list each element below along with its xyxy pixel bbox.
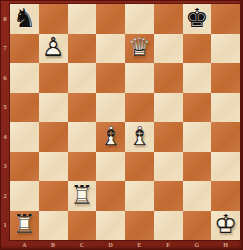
square-h1[interactable]: ♚♔ [211,211,240,241]
white-rook-glyph: ♜ [13,211,36,237]
white-rook-glyph: ♜ [70,182,93,208]
square-h6[interactable] [211,63,240,93]
white-rook-outline: ♖ [13,211,36,237]
file-label-h: H [211,240,240,250]
square-d6[interactable] [96,63,125,93]
file-label-d: D [96,240,125,250]
square-c4[interactable] [68,122,97,152]
square-d7[interactable] [96,34,125,64]
square-d4[interactable]: ♝♗ [96,122,125,152]
square-f1[interactable] [154,211,183,241]
square-g5[interactable] [183,93,212,123]
white-bishop-outline: ♗ [128,123,151,149]
file-label-a: A [10,240,39,250]
rank-label-3: 3 [0,152,10,182]
square-a7[interactable] [10,34,39,64]
square-e5[interactable] [125,93,154,123]
square-d8[interactable] [96,4,125,34]
square-f7[interactable] [154,34,183,64]
square-d2[interactable] [96,181,125,211]
piece-white-rook[interactable]: ♜♖ [10,211,39,241]
rank-label-5: 5 [0,93,10,123]
square-h5[interactable] [211,93,240,123]
rank-label-1: 1 [0,211,10,241]
square-c7[interactable] [68,34,97,64]
white-queen-outline: ♕ [128,34,151,60]
file-label-c: C [68,240,97,250]
square-h7[interactable] [211,34,240,64]
square-a1[interactable]: ♜♖ [10,211,39,241]
chess-board: ♞♚♟♙♛♕♝♗♝♗♜♖♜♖♚♔ [10,4,240,240]
square-g6[interactable] [183,63,212,93]
square-e8[interactable] [125,4,154,34]
white-bishop-outline: ♗ [99,123,122,149]
rank-label-7: 7 [0,34,10,64]
square-b6[interactable] [39,63,68,93]
square-a8[interactable]: ♞ [10,4,39,34]
white-bishop-glyph: ♝ [99,123,122,149]
square-f6[interactable] [154,63,183,93]
square-h8[interactable] [211,4,240,34]
square-e1[interactable] [125,211,154,241]
piece-white-bishop[interactable]: ♝♗ [125,122,154,152]
square-c3[interactable] [68,152,97,182]
piece-white-pawn[interactable]: ♟♙ [39,34,68,64]
square-e6[interactable] [125,63,154,93]
square-f3[interactable] [154,152,183,182]
piece-black-knight[interactable]: ♞ [10,4,39,34]
square-b7[interactable]: ♟♙ [39,34,68,64]
piece-white-king[interactable]: ♚♔ [211,211,240,241]
square-g3[interactable] [183,152,212,182]
square-a5[interactable] [10,93,39,123]
square-a3[interactable] [10,152,39,182]
white-pawn-outline: ♙ [41,34,64,60]
piece-white-queen[interactable]: ♛♕ [125,34,154,64]
white-king-outline: ♔ [214,211,237,237]
square-b1[interactable] [39,211,68,241]
square-g7[interactable] [183,34,212,64]
black-knight-glyph: ♞ [13,5,36,31]
square-f4[interactable] [154,122,183,152]
square-c1[interactable] [68,211,97,241]
square-g1[interactable] [183,211,212,241]
square-a2[interactable] [10,181,39,211]
square-d1[interactable] [96,211,125,241]
square-h2[interactable] [211,181,240,211]
square-c5[interactable] [68,93,97,123]
square-b8[interactable] [39,4,68,34]
square-d5[interactable] [96,93,125,123]
square-b2[interactable] [39,181,68,211]
square-e4[interactable]: ♝♗ [125,122,154,152]
rank-label-8: 8 [0,4,10,34]
piece-white-bishop[interactable]: ♝♗ [96,122,125,152]
square-e2[interactable] [125,181,154,211]
white-queen-glyph: ♛ [128,34,151,60]
square-e7[interactable]: ♛♕ [125,34,154,64]
black-king-glyph: ♚ [185,5,208,31]
rank-label-6: 6 [0,63,10,93]
white-bishop-glyph: ♝ [128,123,151,149]
file-label-b: B [39,240,68,250]
piece-white-rook[interactable]: ♜♖ [68,181,97,211]
square-a4[interactable] [10,122,39,152]
rank-label-2: 2 [0,181,10,211]
square-d3[interactable] [96,152,125,182]
white-rook-outline: ♖ [70,182,93,208]
rank-label-4: 4 [0,122,10,152]
chess-board-frame: ♞♚♟♙♛♕♝♗♝♗♜♖♜♖♚♔ 87654321 ABCDEFGH [0,0,243,250]
white-pawn-glyph: ♟ [41,34,64,60]
square-g8[interactable]: ♚ [183,4,212,34]
square-c8[interactable] [68,4,97,34]
square-e3[interactable] [125,152,154,182]
square-h3[interactable] [211,152,240,182]
file-label-g: G [183,240,212,250]
square-a6[interactable] [10,63,39,93]
square-b4[interactable] [39,122,68,152]
square-h4[interactable] [211,122,240,152]
file-label-e: E [125,240,154,250]
white-king-glyph: ♚ [214,211,237,237]
square-f2[interactable] [154,181,183,211]
square-c6[interactable] [68,63,97,93]
square-b3[interactable] [39,152,68,182]
square-c2[interactable]: ♜♖ [68,181,97,211]
square-f5[interactable] [154,93,183,123]
square-g2[interactable] [183,181,212,211]
file-label-f: F [154,240,183,250]
square-b5[interactable] [39,93,68,123]
square-f8[interactable] [154,4,183,34]
piece-black-king[interactable]: ♚ [183,4,212,34]
square-g4[interactable] [183,122,212,152]
